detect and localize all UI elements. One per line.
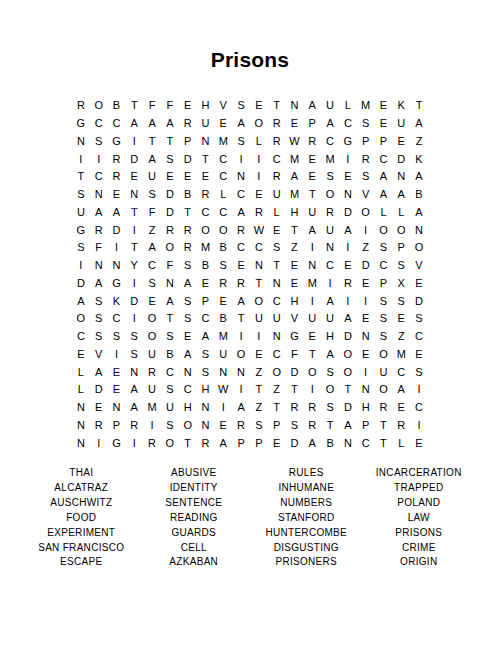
grid-cell[interactable]: H (197, 381, 215, 399)
grid-cell[interactable]: I (125, 310, 143, 328)
grid-cell[interactable]: R (268, 168, 286, 186)
grid-cell[interactable]: U (303, 204, 321, 222)
grid-cell[interactable]: H (286, 204, 304, 222)
grid-cell[interactable]: R (143, 363, 161, 381)
grid-cell[interactable]: A (179, 346, 197, 364)
grid-cell[interactable]: A (232, 292, 250, 310)
grid-cell[interactable]: E (197, 275, 215, 293)
grid-cell[interactable]: P (303, 115, 321, 133)
grid-cell[interactable]: O (161, 239, 179, 257)
grid-cell[interactable]: N (197, 399, 215, 417)
grid-cell[interactable]: S (250, 417, 268, 435)
grid-cell[interactable]: P (357, 417, 375, 435)
grid-cell[interactable]: R (357, 150, 375, 168)
grid-cell[interactable]: M (286, 150, 304, 168)
grid-cell[interactable]: W (214, 381, 232, 399)
grid-cell[interactable]: W (250, 221, 268, 239)
grid-cell[interactable]: G (108, 133, 126, 151)
grid-cell[interactable]: D (179, 150, 197, 168)
grid-cell[interactable]: H (179, 399, 197, 417)
grid-cell[interactable]: G (72, 115, 90, 133)
grid-cell[interactable]: U (321, 221, 339, 239)
grid-cell[interactable]: E (392, 399, 410, 417)
grid-cell[interactable]: T (179, 434, 197, 452)
grid-cell[interactable]: E (250, 97, 268, 115)
grid-cell[interactable]: M (321, 150, 339, 168)
grid-cell[interactable]: E (108, 186, 126, 204)
grid-cell[interactable]: O (268, 363, 286, 381)
grid-cell[interactable]: S (321, 363, 339, 381)
grid-cell[interactable]: O (143, 328, 161, 346)
grid-cell[interactable]: N (321, 239, 339, 257)
grid-cell[interactable]: E (410, 346, 428, 364)
grid-cell[interactable]: G (339, 133, 357, 151)
grid-cell[interactable]: N (197, 133, 215, 151)
grid-cell[interactable]: V (286, 310, 304, 328)
grid-cell[interactable]: T (197, 150, 215, 168)
grid-cell[interactable]: D (357, 257, 375, 275)
grid-cell[interactable]: E (375, 97, 393, 115)
grid-cell[interactable]: R (268, 115, 286, 133)
grid-cell[interactable]: T (286, 221, 304, 239)
grid-cell[interactable]: C (179, 381, 197, 399)
grid-cell[interactable]: O (375, 221, 393, 239)
grid-cell[interactable]: U (161, 399, 179, 417)
grid-cell[interactable]: U (143, 381, 161, 399)
grid-cell[interactable]: S (410, 363, 428, 381)
grid-cell[interactable]: T (179, 204, 197, 222)
grid-cell[interactable]: A (339, 221, 357, 239)
grid-cell[interactable]: E (268, 221, 286, 239)
grid-cell[interactable]: M (392, 346, 410, 364)
grid-cell[interactable]: D (90, 381, 108, 399)
grid-cell[interactable]: N (250, 257, 268, 275)
grid-cell[interactable]: S (410, 310, 428, 328)
grid-cell[interactable]: T (410, 97, 428, 115)
grid-cell[interactable]: Z (392, 328, 410, 346)
grid-cell[interactable]: E (303, 328, 321, 346)
grid-cell[interactable]: U (268, 186, 286, 204)
grid-cell[interactable]: I (339, 239, 357, 257)
grid-cell[interactable]: N (197, 417, 215, 435)
grid-cell[interactable]: S (90, 310, 108, 328)
grid-cell[interactable]: D (410, 292, 428, 310)
grid-cell[interactable]: I (125, 133, 143, 151)
grid-cell[interactable]: G (108, 434, 126, 452)
grid-cell[interactable]: R (108, 150, 126, 168)
grid-cell[interactable]: R (108, 168, 126, 186)
grid-cell[interactable]: F (90, 239, 108, 257)
grid-cell[interactable]: L (214, 186, 232, 204)
grid-cell[interactable]: Z (286, 239, 304, 257)
grid-cell[interactable]: C (375, 150, 393, 168)
grid-cell[interactable]: D (339, 204, 357, 222)
grid-cell[interactable]: I (232, 150, 250, 168)
grid-cell[interactable]: N (108, 257, 126, 275)
grid-cell[interactable]: N (392, 168, 410, 186)
grid-cell[interactable]: C (108, 115, 126, 133)
grid-cell[interactable]: O (321, 186, 339, 204)
grid-cell[interactable]: C (72, 328, 90, 346)
grid-cell[interactable]: T (268, 257, 286, 275)
grid-cell[interactable]: U (143, 346, 161, 364)
grid-cell[interactable]: Z (250, 399, 268, 417)
grid-cell[interactable]: O (90, 97, 108, 115)
grid-cell[interactable]: O (232, 346, 250, 364)
grid-cell[interactable]: C (321, 133, 339, 151)
grid-cell[interactable]: B (321, 434, 339, 452)
grid-cell[interactable]: G (286, 328, 304, 346)
grid-cell[interactable]: I (72, 150, 90, 168)
grid-cell[interactable]: S (197, 346, 215, 364)
grid-cell[interactable]: T (339, 381, 357, 399)
grid-cell[interactable]: L (268, 204, 286, 222)
grid-cell[interactable]: R (72, 97, 90, 115)
grid-cell[interactable]: S (90, 133, 108, 151)
grid-cell[interactable]: N (72, 434, 90, 452)
grid-cell[interactable]: O (321, 381, 339, 399)
grid-cell[interactable]: K (392, 97, 410, 115)
grid-cell[interactable]: U (268, 310, 286, 328)
grid-cell[interactable]: A (143, 150, 161, 168)
grid-cell[interactable]: S (268, 239, 286, 257)
grid-cell[interactable]: S (179, 257, 197, 275)
grid-cell[interactable]: O (392, 221, 410, 239)
grid-cell[interactable]: C (197, 310, 215, 328)
grid-cell[interactable]: O (143, 310, 161, 328)
grid-cell[interactable]: I (72, 257, 90, 275)
grid-cell[interactable]: T (143, 133, 161, 151)
grid-cell[interactable]: N (72, 133, 90, 151)
grid-cell[interactable]: I (410, 381, 428, 399)
grid-cell[interactable]: M (357, 97, 375, 115)
grid-cell[interactable]: L (72, 381, 90, 399)
grid-cell[interactable]: N (72, 399, 90, 417)
grid-cell[interactable]: E (339, 257, 357, 275)
grid-cell[interactable]: K (108, 292, 126, 310)
grid-cell[interactable]: C (143, 257, 161, 275)
grid-cell[interactable]: D (339, 328, 357, 346)
grid-cell[interactable]: K (410, 150, 428, 168)
grid-cell[interactable]: C (214, 204, 232, 222)
grid-cell[interactable]: C (321, 257, 339, 275)
grid-cell[interactable]: S (143, 275, 161, 293)
grid-cell[interactable]: A (375, 186, 393, 204)
grid-cell[interactable]: S (392, 292, 410, 310)
grid-cell[interactable]: R (339, 275, 357, 293)
grid-cell[interactable]: S (179, 310, 197, 328)
grid-cell[interactable]: T (72, 168, 90, 186)
grid-cell[interactable]: F (286, 346, 304, 364)
grid-cell[interactable]: E (90, 399, 108, 417)
grid-cell[interactable]: A (303, 434, 321, 452)
grid-cell[interactable]: A (375, 168, 393, 186)
grid-cell[interactable]: M (214, 133, 232, 151)
grid-cell[interactable]: C (357, 434, 375, 452)
grid-cell[interactable]: C (268, 150, 286, 168)
grid-cell[interactable]: S (197, 363, 215, 381)
grid-cell[interactable]: R (375, 399, 393, 417)
grid-cell[interactable]: I (357, 292, 375, 310)
grid-cell[interactable]: A (125, 381, 143, 399)
grid-cell[interactable]: P (108, 417, 126, 435)
grid-cell[interactable]: C (268, 292, 286, 310)
grid-cell[interactable]: T (303, 346, 321, 364)
grid-cell[interactable]: B (161, 346, 179, 364)
grid-cell[interactable]: C (232, 239, 250, 257)
grid-cell[interactable]: C (90, 115, 108, 133)
grid-cell[interactable]: A (108, 204, 126, 222)
grid-cell[interactable]: Z (143, 221, 161, 239)
grid-cell[interactable]: R (392, 417, 410, 435)
grid-cell[interactable]: R (232, 221, 250, 239)
grid-cell[interactable]: S (357, 115, 375, 133)
grid-cell[interactable]: H (357, 399, 375, 417)
grid-cell[interactable]: I (339, 150, 357, 168)
grid-cell[interactable]: I (303, 292, 321, 310)
grid-cell[interactable]: N (161, 275, 179, 293)
grid-cell[interactable]: I (90, 150, 108, 168)
grid-cell[interactable]: I (125, 221, 143, 239)
grid-cell[interactable]: C (250, 239, 268, 257)
grid-cell[interactable]: T (232, 310, 250, 328)
grid-cell[interactable]: S (108, 328, 126, 346)
grid-cell[interactable]: U (197, 115, 215, 133)
grid-cell[interactable]: L (392, 434, 410, 452)
grid-cell[interactable]: E (179, 97, 197, 115)
grid-cell[interactable]: I (410, 417, 428, 435)
grid-cell[interactable]: T (375, 434, 393, 452)
grid-cell[interactable]: E (232, 257, 250, 275)
grid-cell[interactable]: Y (125, 257, 143, 275)
grid-cell[interactable]: R (125, 417, 143, 435)
grid-cell[interactable]: X (392, 275, 410, 293)
grid-cell[interactable]: R (214, 275, 232, 293)
grid-cell[interactable]: F (143, 204, 161, 222)
grid-cell[interactable]: O (339, 346, 357, 364)
grid-cell[interactable]: L (339, 97, 357, 115)
grid-cell[interactable]: S (321, 168, 339, 186)
grid-cell[interactable]: S (375, 328, 393, 346)
grid-cell[interactable]: A (321, 346, 339, 364)
grid-cell[interactable]: A (303, 97, 321, 115)
grid-cell[interactable]: S (90, 292, 108, 310)
grid-cell[interactable]: B (410, 186, 428, 204)
grid-cell[interactable]: R (197, 434, 215, 452)
grid-cell[interactable]: R (143, 434, 161, 452)
grid-cell[interactable]: A (90, 204, 108, 222)
grid-cell[interactable]: N (125, 186, 143, 204)
grid-cell[interactable]: I (357, 363, 375, 381)
grid-cell[interactable]: D (125, 292, 143, 310)
grid-cell[interactable]: S (125, 328, 143, 346)
grid-cell[interactable]: S (125, 346, 143, 364)
grid-cell[interactable]: E (268, 434, 286, 452)
grid-cell[interactable]: N (339, 186, 357, 204)
grid-cell[interactable]: T (250, 275, 268, 293)
grid-cell[interactable]: A (232, 115, 250, 133)
grid-cell[interactable]: Z (268, 381, 286, 399)
grid-cell[interactable]: E (286, 115, 304, 133)
grid-cell[interactable]: O (357, 204, 375, 222)
grid-cell[interactable]: O (339, 363, 357, 381)
grid-cell[interactable]: A (286, 168, 304, 186)
grid-cell[interactable]: R (303, 133, 321, 151)
grid-cell[interactable]: A (125, 399, 143, 417)
grid-cell[interactable]: A (303, 221, 321, 239)
grid-cell[interactable]: P (375, 275, 393, 293)
grid-cell[interactable]: M (303, 275, 321, 293)
grid-cell[interactable]: A (72, 292, 90, 310)
grid-cell[interactable]: T (286, 381, 304, 399)
grid-cell[interactable]: U (72, 204, 90, 222)
grid-cell[interactable]: U (143, 168, 161, 186)
grid-cell[interactable]: N (72, 417, 90, 435)
grid-cell[interactable]: U (321, 310, 339, 328)
grid-cell[interactable]: S (232, 97, 250, 115)
grid-cell[interactable]: U (375, 363, 393, 381)
grid-cell[interactable]: U (214, 346, 232, 364)
grid-cell[interactable]: P (197, 292, 215, 310)
grid-cell[interactable]: A (321, 292, 339, 310)
grid-cell[interactable]: E (179, 168, 197, 186)
grid-cell[interactable]: P (392, 239, 410, 257)
grid-cell[interactable]: R (90, 221, 108, 239)
grid-cell[interactable]: T (125, 239, 143, 257)
grid-cell[interactable]: S (321, 399, 339, 417)
grid-cell[interactable]: N (357, 328, 375, 346)
grid-cell[interactable]: P (375, 133, 393, 151)
grid-cell[interactable]: N (125, 363, 143, 381)
grid-cell[interactable]: T (125, 204, 143, 222)
grid-cell[interactable]: I (250, 150, 268, 168)
grid-cell[interactable]: H (321, 328, 339, 346)
grid-cell[interactable]: A (410, 204, 428, 222)
grid-cell[interactable]: N (303, 257, 321, 275)
grid-cell[interactable]: A (232, 399, 250, 417)
grid-cell[interactable]: L (72, 363, 90, 381)
grid-cell[interactable]: U (303, 310, 321, 328)
grid-cell[interactable]: Z (410, 133, 428, 151)
grid-cell[interactable]: S (375, 292, 393, 310)
grid-cell[interactable]: D (161, 186, 179, 204)
grid-cell[interactable]: A (90, 275, 108, 293)
grid-cell[interactable]: N (339, 434, 357, 452)
grid-cell[interactable]: R (232, 275, 250, 293)
grid-cell[interactable]: I (125, 275, 143, 293)
grid-cell[interactable]: P (232, 434, 250, 452)
grid-cell[interactable]: R (268, 133, 286, 151)
grid-cell[interactable]: C (410, 399, 428, 417)
grid-cell[interactable]: C (232, 186, 250, 204)
grid-cell[interactable]: U (392, 115, 410, 133)
grid-cell[interactable]: C (161, 363, 179, 381)
grid-cell[interactable]: C (197, 204, 215, 222)
grid-cell[interactable]: C (214, 150, 232, 168)
grid-cell[interactable]: A (392, 186, 410, 204)
grid-cell[interactable]: E (197, 168, 215, 186)
grid-cell[interactable]: T (250, 381, 268, 399)
grid-cell[interactable]: T (268, 399, 286, 417)
grid-cell[interactable]: F (161, 97, 179, 115)
grid-cell[interactable]: O (375, 346, 393, 364)
grid-cell[interactable]: S (143, 186, 161, 204)
grid-cell[interactable]: A (214, 434, 232, 452)
grid-cell[interactable]: R (179, 221, 197, 239)
grid-cell[interactable]: F (143, 97, 161, 115)
grid-cell[interactable]: A (232, 204, 250, 222)
grid-cell[interactable]: N (410, 221, 428, 239)
grid-cell[interactable]: C (108, 310, 126, 328)
grid-cell[interactable]: N (357, 381, 375, 399)
grid-cell[interactable]: H (286, 292, 304, 310)
grid-cell[interactable]: I (303, 381, 321, 399)
grid-cell[interactable]: A (125, 115, 143, 133)
grid-cell[interactable]: R (90, 417, 108, 435)
grid-cell[interactable]: N (90, 186, 108, 204)
grid-cell[interactable]: I (108, 346, 126, 364)
grid-cell[interactable]: S (161, 417, 179, 435)
grid-cell[interactable]: S (375, 239, 393, 257)
grid-cell[interactable]: S (161, 381, 179, 399)
grid-cell[interactable]: V (410, 257, 428, 275)
grid-cell[interactable]: E (410, 275, 428, 293)
grid-cell[interactable]: A (90, 363, 108, 381)
grid-cell[interactable]: C (392, 363, 410, 381)
grid-cell[interactable]: B (214, 239, 232, 257)
grid-cell[interactable]: E (303, 150, 321, 168)
grid-cell[interactable]: N (108, 399, 126, 417)
grid-cell[interactable]: I (232, 381, 250, 399)
grid-cell[interactable]: E (303, 168, 321, 186)
grid-cell[interactable]: E (286, 257, 304, 275)
grid-cell[interactable]: E (72, 346, 90, 364)
grid-cell[interactable]: O (250, 115, 268, 133)
grid-cell[interactable]: A (410, 115, 428, 133)
grid-cell[interactable]: V (357, 186, 375, 204)
grid-cell[interactable]: A (143, 115, 161, 133)
grid-cell[interactable]: D (339, 399, 357, 417)
grid-cell[interactable]: O (161, 434, 179, 452)
grid-cell[interactable]: I (303, 239, 321, 257)
grid-cell[interactable]: E (339, 168, 357, 186)
grid-cell[interactable]: E (214, 115, 232, 133)
grid-cell[interactable]: C (214, 168, 232, 186)
grid-cell[interactable]: S (72, 186, 90, 204)
grid-cell[interactable]: N (286, 97, 304, 115)
grid-cell[interactable]: S (375, 310, 393, 328)
grid-cell[interactable]: N (232, 363, 250, 381)
grid-cell[interactable]: A (339, 417, 357, 435)
grid-cell[interactable]: I (321, 275, 339, 293)
grid-cell[interactable]: S (72, 239, 90, 257)
grid-cell[interactable]: N (214, 363, 232, 381)
grid-cell[interactable]: D (286, 363, 304, 381)
grid-cell[interactable]: H (197, 97, 215, 115)
grid-cell[interactable]: V (214, 97, 232, 115)
grid-cell[interactable]: L (375, 204, 393, 222)
grid-cell[interactable]: S (90, 328, 108, 346)
grid-cell[interactable]: L (392, 204, 410, 222)
grid-cell[interactable]: F (161, 257, 179, 275)
grid-cell[interactable]: P (357, 133, 375, 151)
grid-cell[interactable]: T (268, 97, 286, 115)
grid-cell[interactable]: B (108, 97, 126, 115)
grid-cell[interactable]: U (321, 97, 339, 115)
grid-cell[interactable]: I (232, 328, 250, 346)
grid-cell[interactable]: T (161, 310, 179, 328)
grid-cell[interactable]: E (143, 292, 161, 310)
